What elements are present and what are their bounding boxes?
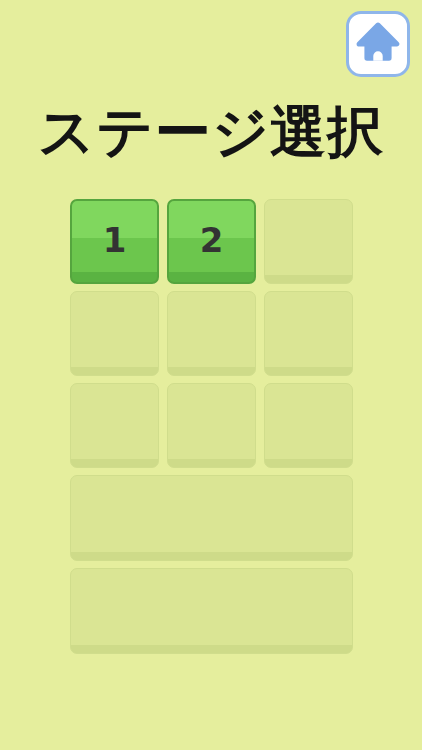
stage-button-2[interactable]: 2 [167, 199, 256, 284]
stage-button-locked-5 [167, 291, 256, 376]
stage-button-locked-6 [264, 291, 353, 376]
stage-button-locked-3 [264, 199, 353, 284]
stage-button-locked-8 [167, 383, 256, 468]
stage-grid: 1 2 [70, 199, 353, 654]
page-title: ステージ選択 [0, 100, 422, 164]
stage-button-locked-wide-2 [70, 568, 353, 654]
home-button[interactable] [346, 11, 410, 77]
stage-label: 2 [200, 220, 224, 260]
home-icon [355, 21, 401, 67]
stage-button-locked-9 [264, 383, 353, 468]
stage-label: 1 [103, 220, 127, 260]
stage-button-1[interactable]: 1 [70, 199, 159, 284]
stage-button-locked-wide-1 [70, 475, 353, 561]
stage-button-locked-4 [70, 291, 159, 376]
stage-button-locked-7 [70, 383, 159, 468]
